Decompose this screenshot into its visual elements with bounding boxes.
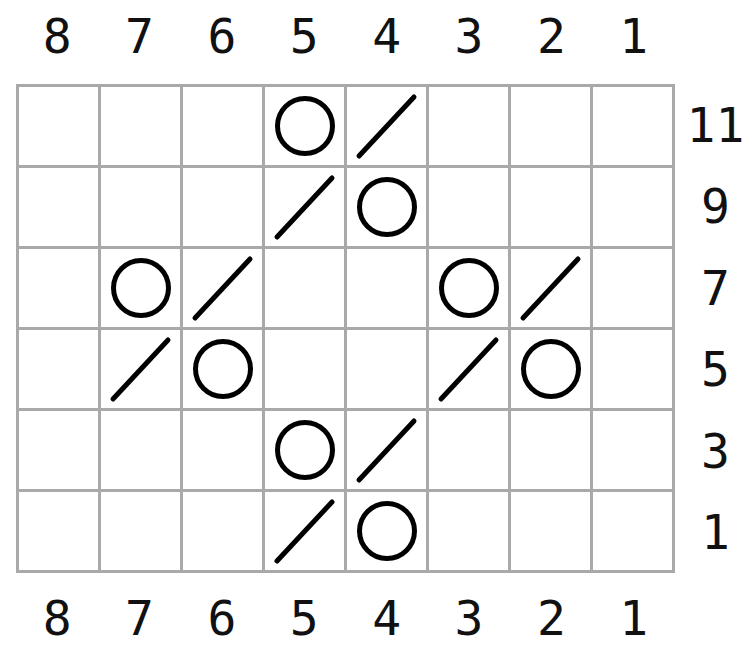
- column-labels-top: 87654321: [16, 0, 675, 84]
- cell-c2-r11: [511, 87, 590, 165]
- cell-c3-r3: [429, 411, 508, 489]
- k2tog-icon: [265, 492, 344, 570]
- cell-c1-r7: [593, 249, 672, 327]
- yarn-over-icon: [275, 420, 335, 480]
- cell-c8-r3: [19, 411, 98, 489]
- cell-c6-r7: [183, 249, 262, 327]
- column-label-bottom-2: 2: [510, 573, 592, 663]
- cell-c8-r1: [19, 492, 98, 570]
- cell-c6-r5: [183, 330, 262, 408]
- cell-c1-r5: [593, 330, 672, 408]
- k2tog-icon: [183, 249, 262, 327]
- column-label-top-7: 7: [98, 0, 180, 78]
- cell-c1-r9: [593, 168, 672, 246]
- column-labels-bottom: 87654321: [16, 573, 675, 663]
- k2tog-icon: [347, 87, 426, 165]
- yarn-over-icon: [111, 258, 171, 318]
- k2tog-icon: [429, 330, 508, 408]
- cell-c6-r11: [183, 87, 262, 165]
- cell-c5-r3: [265, 411, 344, 489]
- cell-c6-r9: [183, 168, 262, 246]
- cell-c6-r1: [183, 492, 262, 570]
- cell-c2-r9: [511, 168, 590, 246]
- yarn-over-icon: [193, 339, 253, 399]
- cell-c5-r11: [265, 87, 344, 165]
- cell-c3-r9: [429, 168, 508, 246]
- cell-c5-r5: [265, 330, 344, 408]
- cell-c4-r3: [347, 411, 426, 489]
- k2tog-icon: [511, 249, 590, 327]
- column-label-bottom-1: 1: [593, 573, 675, 663]
- k2tog-icon: [347, 411, 426, 489]
- yarn-over-icon: [357, 177, 417, 237]
- chart-grid: [16, 84, 675, 573]
- cell-c7-r7: [101, 249, 180, 327]
- column-label-bottom-5: 5: [263, 573, 345, 663]
- k2tog-icon: [265, 168, 344, 246]
- k2tog-icon: [101, 330, 180, 408]
- cell-c1-r11: [593, 87, 672, 165]
- cell-c5-r1: [265, 492, 344, 570]
- cell-c3-r1: [429, 492, 508, 570]
- column-label-top-6: 6: [181, 0, 263, 78]
- cell-c2-r3: [511, 411, 590, 489]
- cell-c7-r1: [101, 492, 180, 570]
- column-label-top-2: 2: [510, 0, 592, 78]
- cell-c4-r9: [347, 168, 426, 246]
- column-label-bottom-6: 6: [181, 573, 263, 663]
- row-label-3: 3: [675, 410, 756, 492]
- column-label-top-8: 8: [16, 0, 98, 78]
- row-label-11: 11: [675, 84, 756, 166]
- yarn-over-icon: [521, 339, 581, 399]
- cell-c8-r7: [19, 249, 98, 327]
- cell-c4-r5: [347, 330, 426, 408]
- row-label-7: 7: [675, 247, 756, 329]
- yarn-over-icon: [275, 96, 335, 156]
- cell-c7-r11: [101, 87, 180, 165]
- row-labels-right: 1197531: [675, 84, 756, 573]
- cell-c3-r11: [429, 87, 508, 165]
- column-label-top-5: 5: [263, 0, 345, 78]
- yarn-over-icon: [439, 258, 499, 318]
- cell-c1-r3: [593, 411, 672, 489]
- column-label-top-3: 3: [428, 0, 510, 78]
- cell-c1-r1: [593, 492, 672, 570]
- cell-c6-r3: [183, 411, 262, 489]
- row-label-1: 1: [675, 492, 756, 574]
- cell-c3-r7: [429, 249, 508, 327]
- cell-c4-r1: [347, 492, 426, 570]
- column-label-bottom-4: 4: [346, 573, 428, 663]
- row-label-5: 5: [675, 329, 756, 411]
- yarn-over-icon: [357, 501, 417, 561]
- cell-c2-r7: [511, 249, 590, 327]
- row-label-9: 9: [675, 166, 756, 248]
- cell-c2-r1: [511, 492, 590, 570]
- cell-c7-r9: [101, 168, 180, 246]
- cell-c5-r9: [265, 168, 344, 246]
- cell-c8-r9: [19, 168, 98, 246]
- column-label-top-4: 4: [346, 0, 428, 78]
- cell-c7-r3: [101, 411, 180, 489]
- column-label-bottom-3: 3: [428, 573, 510, 663]
- cell-c4-r7: [347, 249, 426, 327]
- cell-c3-r5: [429, 330, 508, 408]
- column-label-bottom-8: 8: [16, 573, 98, 663]
- column-label-top-1: 1: [593, 0, 675, 78]
- cell-c8-r11: [19, 87, 98, 165]
- cell-c2-r5: [511, 330, 590, 408]
- knitting-chart-page: 87654321 1197531 87654321: [0, 0, 756, 663]
- column-label-bottom-7: 7: [98, 573, 180, 663]
- cell-c5-r7: [265, 249, 344, 327]
- cell-c7-r5: [101, 330, 180, 408]
- cell-c8-r5: [19, 330, 98, 408]
- cell-c4-r11: [347, 87, 426, 165]
